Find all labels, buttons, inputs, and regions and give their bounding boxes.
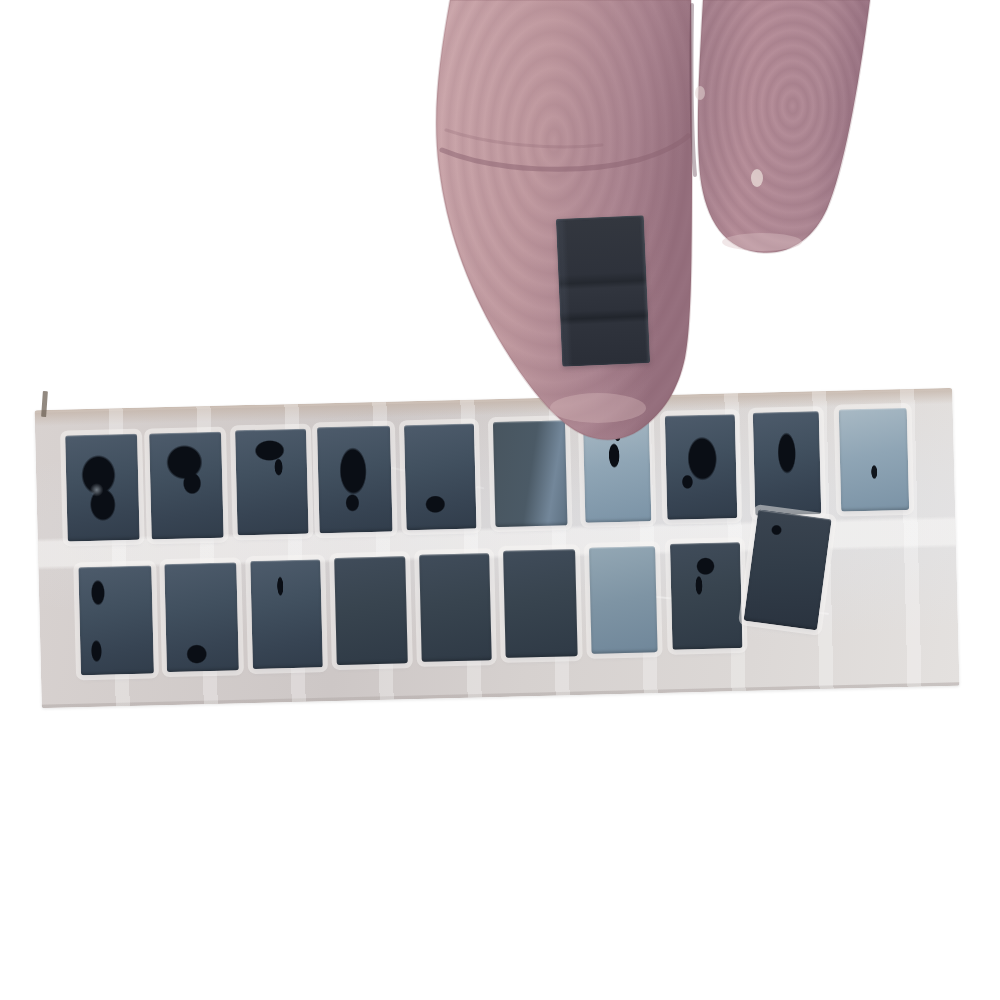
tray-chip-r1c1 — [65, 434, 140, 542]
tray-chip-r1c8 — [665, 414, 738, 520]
finger-gap-shadow — [691, 5, 695, 175]
middle-finger — [698, 0, 870, 253]
tray-chip-r2c9 — [744, 510, 832, 631]
tray-chip-r1c10 — [839, 408, 909, 512]
tray-chip-r2c8 — [670, 542, 743, 650]
tray-chip-r1c9 — [753, 411, 821, 516]
tray-chip-r2c1 — [78, 565, 154, 675]
index-finger-crease — [442, 136, 688, 169]
held-chip — [556, 215, 650, 367]
tray-chip-r2c4 — [334, 556, 408, 665]
tray-chip-r2c3 — [250, 559, 323, 669]
tray-chip-r1c6 — [493, 420, 568, 527]
tray-chip-r1c7 — [583, 417, 652, 523]
middle-fingertip-sheen — [722, 233, 802, 251]
tray-chip-r2c6 — [503, 549, 578, 658]
tray-chip-r1c5 — [404, 424, 477, 531]
skin-flake-highlight — [751, 169, 763, 187]
skin-flake-highlight — [695, 86, 705, 100]
tray-chip-r1c3 — [235, 429, 309, 536]
chip-tray — [34, 388, 959, 708]
middle-finger-print-texture — [698, 0, 870, 253]
tray-chip-r1c2 — [149, 432, 224, 540]
tray-chip-r2c2 — [164, 562, 239, 672]
photo-scene — [0, 0, 1000, 1000]
index-finger-crease-minor — [446, 130, 602, 147]
tray-chip-r2c7 — [589, 546, 658, 654]
tray-chip-r1c4 — [317, 426, 393, 534]
tray-chip-r2c5 — [419, 553, 492, 662]
